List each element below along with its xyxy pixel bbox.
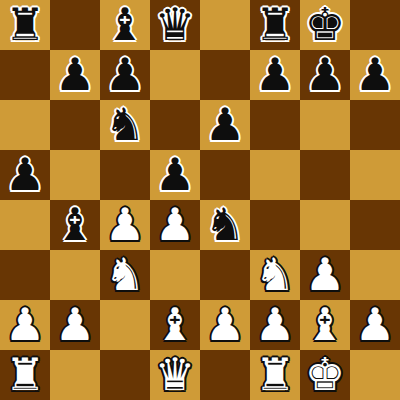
piece-white-pawn[interactable]: ♟ <box>55 300 95 350</box>
piece-black-bishop[interactable]: ♝ <box>105 0 145 50</box>
square-d3[interactable] <box>150 250 200 300</box>
piece-black-pawn[interactable]: ♟ <box>355 50 395 100</box>
piece-white-knight[interactable]: ♞ <box>255 250 295 300</box>
square-a2[interactable]: ♟ <box>0 300 50 350</box>
square-c6[interactable]: ♞ <box>100 100 150 150</box>
square-b8[interactable] <box>50 0 100 50</box>
square-d6[interactable] <box>150 100 200 150</box>
square-e8[interactable] <box>200 0 250 50</box>
square-c1[interactable] <box>100 350 150 400</box>
square-e7[interactable] <box>200 50 250 100</box>
square-c2[interactable] <box>100 300 150 350</box>
piece-white-pawn[interactable]: ♟ <box>355 300 395 350</box>
square-d4[interactable]: ♟ <box>150 200 200 250</box>
square-f6[interactable] <box>250 100 300 150</box>
square-d5[interactable]: ♟ <box>150 150 200 200</box>
square-c4[interactable]: ♟ <box>100 200 150 250</box>
square-g7[interactable]: ♟ <box>300 50 350 100</box>
square-e5[interactable] <box>200 150 250 200</box>
square-b2[interactable]: ♟ <box>50 300 100 350</box>
square-g6[interactable] <box>300 100 350 150</box>
piece-black-king[interactable]: ♚ <box>305 0 345 50</box>
square-f7[interactable]: ♟ <box>250 50 300 100</box>
square-h1[interactable] <box>350 350 400 400</box>
piece-black-knight[interactable]: ♞ <box>205 200 245 250</box>
piece-white-king[interactable]: ♚ <box>305 350 345 400</box>
piece-black-rook[interactable]: ♜ <box>255 0 295 50</box>
square-g4[interactable] <box>300 200 350 250</box>
square-h6[interactable] <box>350 100 400 150</box>
square-g3[interactable]: ♟ <box>300 250 350 300</box>
square-h5[interactable] <box>350 150 400 200</box>
square-h3[interactable] <box>350 250 400 300</box>
square-c5[interactable] <box>100 150 150 200</box>
piece-white-pawn[interactable]: ♟ <box>105 200 145 250</box>
square-d7[interactable] <box>150 50 200 100</box>
square-a6[interactable] <box>0 100 50 150</box>
piece-white-pawn[interactable]: ♟ <box>155 200 195 250</box>
square-f8[interactable]: ♜ <box>250 0 300 50</box>
square-f3[interactable]: ♞ <box>250 250 300 300</box>
piece-black-bishop[interactable]: ♝ <box>55 200 95 250</box>
piece-white-knight[interactable]: ♞ <box>105 250 145 300</box>
square-b1[interactable] <box>50 350 100 400</box>
square-b6[interactable] <box>50 100 100 150</box>
square-f4[interactable] <box>250 200 300 250</box>
square-a8[interactable]: ♜ <box>0 0 50 50</box>
square-a4[interactable] <box>0 200 50 250</box>
piece-black-pawn[interactable]: ♟ <box>105 50 145 100</box>
square-e1[interactable] <box>200 350 250 400</box>
piece-white-pawn[interactable]: ♟ <box>305 250 345 300</box>
square-d2[interactable]: ♝ <box>150 300 200 350</box>
square-g1[interactable]: ♚ <box>300 350 350 400</box>
piece-white-queen[interactable]: ♛ <box>155 350 195 400</box>
square-d8[interactable]: ♛ <box>150 0 200 50</box>
square-a1[interactable]: ♜ <box>0 350 50 400</box>
square-b5[interactable] <box>50 150 100 200</box>
square-d1[interactable]: ♛ <box>150 350 200 400</box>
square-a5[interactable]: ♟ <box>0 150 50 200</box>
square-a7[interactable] <box>0 50 50 100</box>
piece-white-pawn[interactable]: ♟ <box>255 300 295 350</box>
square-f5[interactable] <box>250 150 300 200</box>
square-g2[interactable]: ♝ <box>300 300 350 350</box>
piece-black-pawn[interactable]: ♟ <box>155 150 195 200</box>
square-h4[interactable] <box>350 200 400 250</box>
piece-black-knight[interactable]: ♞ <box>105 100 145 150</box>
square-b3[interactable] <box>50 250 100 300</box>
square-g5[interactable] <box>300 150 350 200</box>
square-e2[interactable]: ♟ <box>200 300 250 350</box>
piece-white-bishop[interactable]: ♝ <box>155 300 195 350</box>
square-e6[interactable]: ♟ <box>200 100 250 150</box>
piece-black-pawn[interactable]: ♟ <box>255 50 295 100</box>
square-h7[interactable]: ♟ <box>350 50 400 100</box>
piece-black-queen[interactable]: ♛ <box>155 0 195 50</box>
piece-black-pawn[interactable]: ♟ <box>205 100 245 150</box>
square-b4[interactable]: ♝ <box>50 200 100 250</box>
square-f1[interactable]: ♜ <box>250 350 300 400</box>
piece-black-pawn[interactable]: ♟ <box>55 50 95 100</box>
piece-white-bishop[interactable]: ♝ <box>305 300 345 350</box>
piece-black-pawn[interactable]: ♟ <box>5 150 45 200</box>
piece-white-rook[interactable]: ♜ <box>255 350 295 400</box>
square-a3[interactable] <box>0 250 50 300</box>
piece-white-rook[interactable]: ♜ <box>5 350 45 400</box>
square-h8[interactable] <box>350 0 400 50</box>
piece-black-rook[interactable]: ♜ <box>5 0 45 50</box>
square-g8[interactable]: ♚ <box>300 0 350 50</box>
square-f2[interactable]: ♟ <box>250 300 300 350</box>
square-c3[interactable]: ♞ <box>100 250 150 300</box>
square-c8[interactable]: ♝ <box>100 0 150 50</box>
square-h2[interactable]: ♟ <box>350 300 400 350</box>
square-e3[interactable] <box>200 250 250 300</box>
piece-white-pawn[interactable]: ♟ <box>5 300 45 350</box>
square-c7[interactable]: ♟ <box>100 50 150 100</box>
piece-black-pawn[interactable]: ♟ <box>305 50 345 100</box>
square-b7[interactable]: ♟ <box>50 50 100 100</box>
chess-board: ♜♝♛♜♚♟♟♟♟♟♞♟♟♟♝♟♟♞♞♞♟♟♟♝♟♟♝♟♜♛♜♚ <box>0 0 400 400</box>
piece-white-pawn[interactable]: ♟ <box>205 300 245 350</box>
square-e4[interactable]: ♞ <box>200 200 250 250</box>
